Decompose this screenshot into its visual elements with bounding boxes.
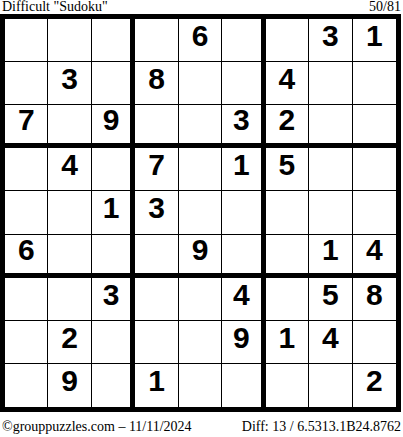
cell-r5c6[interactable] (222, 191, 265, 234)
footer: ©grouppuzzles.com – 11/11/2024 Diff: 13 … (2, 419, 401, 434)
cell-r7c3: 3 (92, 278, 135, 321)
cell-r8c8: 4 (309, 321, 352, 364)
cell-r5c1[interactable] (5, 191, 48, 234)
cell-r9c5[interactable] (179, 364, 222, 407)
cell-r6c3[interactable] (92, 235, 135, 278)
cell-r1c7[interactable] (266, 19, 309, 62)
cell-r9c1[interactable] (5, 364, 48, 407)
given-digit: 3 (233, 105, 250, 135)
cell-r7c8: 5 (309, 278, 352, 321)
cell-r2c6[interactable] (222, 62, 265, 105)
cell-r5c4: 3 (135, 191, 178, 234)
remaining-counter: 50/81 (369, 0, 401, 14)
cell-r6c5: 9 (179, 235, 222, 278)
cell-r9c2: 9 (48, 364, 91, 407)
cell-r3c5[interactable] (179, 105, 222, 148)
given-digit: 4 (233, 280, 250, 310)
cell-r3c2[interactable] (48, 105, 91, 148)
cell-r2c9[interactable] (353, 62, 396, 105)
cell-r1c5: 6 (179, 19, 222, 62)
given-digit: 3 (61, 64, 78, 94)
cell-r7c1[interactable] (5, 278, 48, 321)
cell-r2c1[interactable] (5, 62, 48, 105)
cell-r4c6: 1 (222, 148, 265, 191)
cell-r3c6: 3 (222, 105, 265, 148)
cell-r7c6: 4 (222, 278, 265, 321)
given-digit: 2 (366, 366, 383, 396)
sudoku-page: Difficult "Sudoku" 50/81 631384793247151… (0, 0, 403, 437)
cell-r8c1[interactable] (5, 321, 48, 364)
given-digit: 2 (279, 105, 296, 135)
sudoku-board: 6313847932471513691434582914912 (0, 14, 401, 412)
cell-r8c6: 9 (222, 321, 265, 364)
cell-r3c3: 9 (92, 105, 135, 148)
cell-r5c7[interactable] (266, 191, 309, 234)
given-digit: 1 (279, 323, 296, 353)
cell-r1c4[interactable] (135, 19, 178, 62)
cell-r9c3[interactable] (92, 364, 135, 407)
cell-r8c2: 2 (48, 321, 91, 364)
given-digit: 8 (148, 64, 165, 94)
cell-r8c4[interactable] (135, 321, 178, 364)
given-digit: 4 (366, 235, 383, 265)
cell-r2c3[interactable] (92, 62, 135, 105)
given-digit: 6 (192, 21, 209, 51)
cell-r1c6[interactable] (222, 19, 265, 62)
cell-r6c6[interactable] (222, 235, 265, 278)
cell-r5c9[interactable] (353, 191, 396, 234)
cell-r4c4: 7 (135, 148, 178, 191)
copyright-text: ©grouppuzzles.com – 11/11/2024 (2, 419, 192, 434)
cell-r8c9[interactable] (353, 321, 396, 364)
given-digit: 9 (103, 105, 120, 135)
cell-r5c8[interactable] (309, 191, 352, 234)
cell-r2c4: 8 (135, 62, 178, 105)
cell-r9c8[interactable] (309, 364, 352, 407)
cell-r2c2: 3 (48, 62, 91, 105)
given-digit: 1 (322, 235, 339, 265)
given-digit: 5 (279, 150, 296, 180)
cell-r8c7: 1 (266, 321, 309, 364)
given-digit: 1 (103, 193, 120, 223)
cell-r4c3[interactable] (92, 148, 135, 191)
cell-r4c1[interactable] (5, 148, 48, 191)
cell-r1c1[interactable] (5, 19, 48, 62)
cell-r6c2[interactable] (48, 235, 91, 278)
given-digit: 5 (322, 280, 339, 310)
cell-r1c8: 3 (309, 19, 352, 62)
given-digit: 1 (366, 21, 383, 51)
cell-r7c7[interactable] (266, 278, 309, 321)
cell-r6c9: 4 (353, 235, 396, 278)
cell-r3c1: 7 (5, 105, 48, 148)
given-digit: 9 (233, 323, 250, 353)
difficulty-text: Diff: 13 / 6.5313.1B24.8762 (242, 419, 401, 434)
cell-r4c5[interactable] (179, 148, 222, 191)
cell-r3c9[interactable] (353, 105, 396, 148)
cell-r4c7: 5 (266, 148, 309, 191)
cell-r2c8[interactable] (309, 62, 352, 105)
cell-r9c6[interactable] (222, 364, 265, 407)
given-digit: 3 (148, 193, 165, 223)
cell-r9c9: 2 (353, 364, 396, 407)
cell-r6c4[interactable] (135, 235, 178, 278)
cell-r6c1: 6 (5, 235, 48, 278)
cell-r1c2[interactable] (48, 19, 91, 62)
cell-r5c5[interactable] (179, 191, 222, 234)
cell-r8c5[interactable] (179, 321, 222, 364)
cell-r1c3[interactable] (92, 19, 135, 62)
cell-r4c2: 4 (48, 148, 91, 191)
given-digit: 4 (61, 150, 78, 180)
given-digit: 3 (103, 280, 120, 310)
cell-r7c2[interactable] (48, 278, 91, 321)
cell-r2c5[interactable] (179, 62, 222, 105)
cell-r3c8[interactable] (309, 105, 352, 148)
cell-r3c7: 2 (266, 105, 309, 148)
cell-r5c2[interactable] (48, 191, 91, 234)
cell-r4c8[interactable] (309, 148, 352, 191)
cell-r2c7: 4 (266, 62, 309, 105)
cell-r6c8: 1 (309, 235, 352, 278)
cell-r6c7[interactable] (266, 235, 309, 278)
cell-r5c3: 1 (92, 191, 135, 234)
header: Difficult "Sudoku" 50/81 (2, 0, 401, 14)
given-digit: 9 (61, 366, 78, 396)
given-digit: 6 (18, 235, 35, 265)
given-digit: 8 (366, 280, 383, 310)
cell-r7c9: 8 (353, 278, 396, 321)
given-digit: 7 (18, 105, 35, 135)
cell-r7c5[interactable] (179, 278, 222, 321)
given-digit: 9 (192, 235, 209, 265)
given-digit: 4 (322, 323, 339, 353)
cell-r9c7[interactable] (266, 364, 309, 407)
given-digit: 2 (61, 323, 78, 353)
given-digit: 1 (233, 150, 250, 180)
given-digit: 7 (148, 150, 165, 180)
cell-r4c9[interactable] (353, 148, 396, 191)
given-digit: 4 (279, 64, 296, 94)
given-digit: 1 (148, 366, 165, 396)
given-digit: 3 (322, 21, 339, 51)
puzzle-title: Difficult "Sudoku" (2, 0, 108, 14)
cell-r9c4: 1 (135, 364, 178, 407)
cell-r7c4[interactable] (135, 278, 178, 321)
cell-r8c3[interactable] (92, 321, 135, 364)
cell-r3c4[interactable] (135, 105, 178, 148)
cell-r1c9: 1 (353, 19, 396, 62)
